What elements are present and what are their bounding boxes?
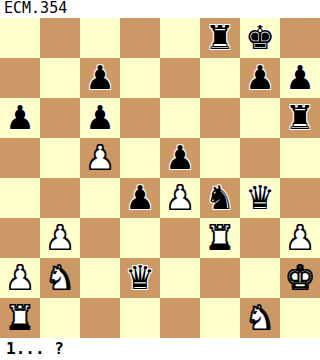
square-b4[interactable] (40, 178, 80, 218)
square-g1[interactable]: ♞ (240, 298, 280, 338)
puzzle-title: ECM.354 (0, 0, 320, 18)
square-h4[interactable] (280, 178, 320, 218)
square-c6[interactable]: ♟ (80, 98, 120, 138)
square-f8[interactable]: ♜ (200, 18, 240, 58)
square-c7[interactable]: ♟ (80, 58, 120, 98)
piece-black-rook[interactable]: ♜ (205, 18, 235, 58)
square-b1[interactable] (40, 298, 80, 338)
square-e4[interactable]: ♟ (160, 178, 200, 218)
piece-white-knight[interactable]: ♞ (245, 298, 275, 338)
square-b5[interactable] (40, 138, 80, 178)
square-c2[interactable] (80, 258, 120, 298)
square-h5[interactable] (280, 138, 320, 178)
square-a8[interactable] (0, 18, 40, 58)
square-d6[interactable] (120, 98, 160, 138)
square-a6[interactable]: ♟ (0, 98, 40, 138)
piece-black-knight[interactable]: ♞ (205, 178, 235, 218)
piece-black-queen[interactable]: ♛ (125, 258, 155, 298)
square-c3[interactable] (80, 218, 120, 258)
piece-white-rook[interactable]: ♜ (5, 298, 35, 338)
piece-black-pawn[interactable]: ♟ (165, 138, 195, 178)
piece-white-pawn[interactable]: ♟ (165, 178, 195, 218)
square-e5[interactable]: ♟ (160, 138, 200, 178)
square-c4[interactable] (80, 178, 120, 218)
square-d5[interactable] (120, 138, 160, 178)
square-f4[interactable]: ♞ (200, 178, 240, 218)
piece-white-pawn[interactable]: ♟ (45, 218, 75, 258)
square-g6[interactable] (240, 98, 280, 138)
square-d2[interactable]: ♛ (120, 258, 160, 298)
square-d3[interactable] (120, 218, 160, 258)
square-h6[interactable]: ♜ (280, 98, 320, 138)
square-d1[interactable] (120, 298, 160, 338)
square-h8[interactable] (280, 18, 320, 58)
square-b6[interactable] (40, 98, 80, 138)
square-h3[interactable]: ♟ (280, 218, 320, 258)
square-e2[interactable] (160, 258, 200, 298)
square-f2[interactable] (200, 258, 240, 298)
square-f6[interactable] (200, 98, 240, 138)
chess-puzzle-window: ECM.354 ♜♚♟♟♟♟♟♜♟♟♟♟♞♛♟♜♟♟♞♛♚♜♞ 1... ? (0, 0, 320, 360)
square-a5[interactable] (0, 138, 40, 178)
piece-black-pawn[interactable]: ♟ (5, 98, 35, 138)
square-g5[interactable] (240, 138, 280, 178)
piece-white-rook[interactable]: ♜ (205, 218, 235, 258)
piece-black-pawn[interactable]: ♟ (285, 58, 315, 98)
chess-board: ♜♚♟♟♟♟♟♜♟♟♟♟♞♛♟♜♟♟♞♛♚♜♞ (0, 18, 320, 338)
square-g8[interactable]: ♚ (240, 18, 280, 58)
piece-black-pawn[interactable]: ♟ (85, 98, 115, 138)
square-f3[interactable]: ♜ (200, 218, 240, 258)
square-a4[interactable] (0, 178, 40, 218)
square-d4[interactable]: ♟ (120, 178, 160, 218)
square-b7[interactable] (40, 58, 80, 98)
square-c8[interactable] (80, 18, 120, 58)
square-b3[interactable]: ♟ (40, 218, 80, 258)
piece-white-pawn[interactable]: ♟ (5, 258, 35, 298)
square-f1[interactable] (200, 298, 240, 338)
piece-white-pawn[interactable]: ♟ (85, 138, 115, 178)
square-c5[interactable]: ♟ (80, 138, 120, 178)
piece-white-knight[interactable]: ♞ (45, 258, 75, 298)
piece-white-pawn[interactable]: ♟ (285, 218, 315, 258)
square-e1[interactable] (160, 298, 200, 338)
square-c1[interactable] (80, 298, 120, 338)
move-prompt: 1... ? (0, 338, 320, 360)
piece-black-pawn[interactable]: ♟ (85, 58, 115, 98)
square-g2[interactable] (240, 258, 280, 298)
square-a3[interactable] (0, 218, 40, 258)
square-g7[interactable]: ♟ (240, 58, 280, 98)
square-a7[interactable] (0, 58, 40, 98)
square-h2[interactable]: ♚ (280, 258, 320, 298)
piece-black-pawn[interactable]: ♟ (125, 178, 155, 218)
piece-white-king[interactable]: ♚ (285, 258, 315, 298)
piece-black-king[interactable]: ♚ (245, 18, 275, 58)
square-g3[interactable] (240, 218, 280, 258)
square-e6[interactable] (160, 98, 200, 138)
square-g4[interactable]: ♛ (240, 178, 280, 218)
square-b8[interactable] (40, 18, 80, 58)
square-b2[interactable]: ♞ (40, 258, 80, 298)
square-e8[interactable] (160, 18, 200, 58)
square-f5[interactable] (200, 138, 240, 178)
square-d7[interactable] (120, 58, 160, 98)
square-e7[interactable] (160, 58, 200, 98)
square-d8[interactable] (120, 18, 160, 58)
square-h7[interactable]: ♟ (280, 58, 320, 98)
square-a2[interactable]: ♟ (0, 258, 40, 298)
square-a1[interactable]: ♜ (0, 298, 40, 338)
piece-black-rook[interactable]: ♜ (285, 98, 315, 138)
square-e3[interactable] (160, 218, 200, 258)
piece-black-pawn[interactable]: ♟ (245, 58, 275, 98)
piece-black-queen[interactable]: ♛ (245, 178, 275, 218)
square-f7[interactable] (200, 58, 240, 98)
square-h1[interactable] (280, 298, 320, 338)
